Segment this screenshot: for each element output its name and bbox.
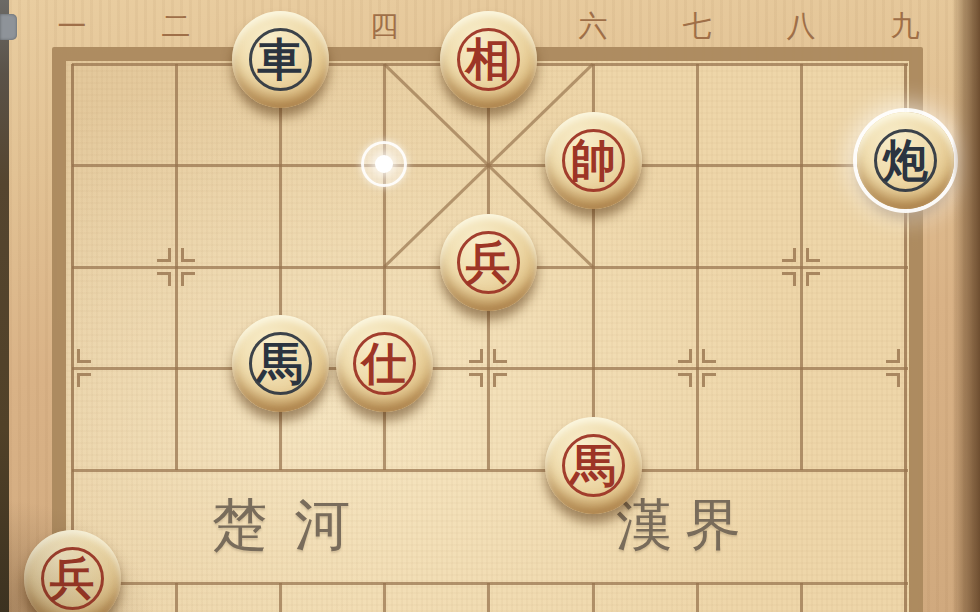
screen-left-edge: [0, 0, 9, 612]
piece-ring: [41, 547, 104, 610]
xiangqi-board-screen: 一二三四五六七八九 楚河 漢界 車相帥炮兵馬仕馬兵: [0, 0, 980, 612]
piece-ring: [457, 231, 520, 294]
piece-ring: [562, 434, 625, 497]
indicator-dot-icon: [375, 155, 393, 173]
piece-red-general[interactable]: 帥: [545, 112, 642, 209]
piece-black-cannon[interactable]: 炮: [857, 112, 954, 209]
piece-red-advisor[interactable]: 仕: [336, 315, 433, 412]
piece-ring: [353, 332, 416, 395]
river-label-chu-he: 楚河: [212, 497, 376, 553]
piece-ring: [249, 28, 312, 91]
board-border: [52, 47, 923, 612]
river-label-han-jie: 漢界: [616, 497, 754, 553]
piece-black-chariot[interactable]: 車: [232, 11, 329, 108]
piece-red-soldier-a[interactable]: 兵: [440, 214, 537, 311]
piece-red-horse[interactable]: 馬: [545, 417, 642, 514]
piece-ring: [249, 332, 312, 395]
piece-black-horse[interactable]: 馬: [232, 315, 329, 412]
piece-red-elephant[interactable]: 相: [440, 11, 537, 108]
piece-ring: [874, 129, 937, 192]
piece-ring: [562, 129, 625, 192]
piece-ring: [457, 28, 520, 91]
system-ui-fragment: [0, 14, 17, 40]
